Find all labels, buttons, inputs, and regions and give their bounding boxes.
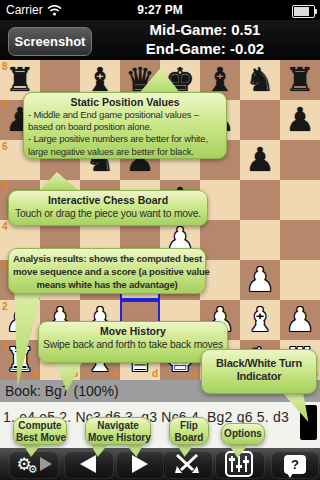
position-values: Mid-Game: 0.51 End-Game: -0.02 [100,20,310,60]
callout-interactive-board: Interactive Chess Board Touch or drag th… [8,190,208,226]
square-h6[interactable] [280,140,320,180]
square-h5[interactable] [280,180,320,220]
screenshot-button[interactable]: Screenshot [8,27,92,56]
callout-analysis-results: Analysis results: shows the computed bes… [8,248,206,294]
black-pawn-h7[interactable]: ♟ [280,100,320,140]
square-g7[interactable] [240,100,280,140]
flip-icon [173,452,201,476]
white-bishop-g2[interactable]: ♝ [240,300,280,340]
square-g3[interactable]: ♟ [240,260,280,300]
square-h3[interactable] [280,260,320,300]
header-bar: Screenshot Mid-Game: 0.51 End-Game: -0.0… [0,20,320,60]
mid-game-value: Mid-Game: 0.51 [100,20,310,39]
square-g5[interactable] [240,180,280,220]
clock: 9:27 PM [0,3,320,17]
help-icon: ? [284,455,306,474]
black-knight-g8[interactable]: ♞ [240,60,280,100]
square-g8[interactable]: ♞ [240,60,280,100]
step-back-button[interactable] [66,448,110,480]
gear-small-icon: ⚙ [28,464,38,475]
callout-navigate-move-history: Navigate Move History [85,417,151,445]
forward-arrow-icon [132,455,148,473]
status-bar: Carrier 9:27 PM [0,0,320,20]
square-g2[interactable]: ♝ [240,300,280,340]
square-g6[interactable]: ♟ [240,140,280,180]
bottom-toolbar: ⚙⚙ ? [0,448,320,480]
square-h4[interactable] [280,220,320,260]
square-h2[interactable]: ♟ [280,300,320,340]
callout-move-history: Move History Swipe back and forth to tak… [38,321,228,363]
callout-static-values: Static Position Values - Middle and End … [23,92,227,159]
square-h7[interactable]: ♟ [280,100,320,140]
square-g4[interactable] [240,220,280,260]
back-arrow-icon [80,455,96,473]
callout-flip-board: Flip Board [169,417,209,445]
app-screen: Carrier 9:27 PM Screenshot Mid-Game: 0.5… [0,0,320,480]
end-game-value: End-Game: -0.02 [100,39,310,58]
square-h8[interactable]: ♜ [280,60,320,100]
help-button[interactable]: ? [273,448,317,480]
battery-icon [292,5,315,18]
step-forward-button[interactable] [118,448,162,480]
callout-options: Options [221,423,265,445]
square-f4[interactable] [200,220,240,260]
callout-compute-best-move: Compute Best Move [13,417,67,445]
white-pawn-h2[interactable]: ♟ [280,300,320,340]
white-pawn-g3[interactable]: ♟ [240,260,280,300]
callout-turn-indicator: Black/White Turn Indicator [201,349,317,394]
black-rook-h8[interactable]: ♜ [280,60,320,100]
play-icon [40,457,52,471]
black-pawn-g6[interactable]: ♟ [240,140,280,180]
